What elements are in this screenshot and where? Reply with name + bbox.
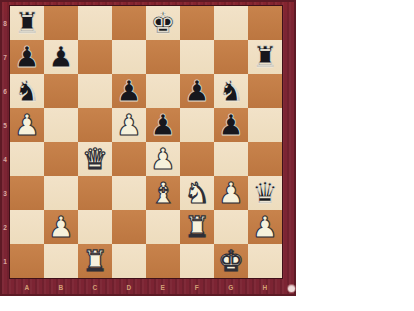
file-label-g: G — [214, 281, 248, 293]
square-g2[interactable] — [214, 210, 248, 244]
square-a3[interactable] — [10, 176, 44, 210]
rank-label-2: 2 — [0, 210, 10, 244]
square-f6[interactable]: ♟ — [180, 74, 214, 108]
piece-white-king-g1[interactable]: ♚ — [214, 244, 248, 278]
square-f7[interactable] — [180, 40, 214, 74]
file-label-e: E — [146, 281, 180, 293]
piece-white-bishop-e3[interactable]: ♝ — [146, 176, 180, 210]
square-e8[interactable]: ♚ — [146, 6, 180, 40]
square-e3[interactable]: ♝ — [146, 176, 180, 210]
square-g4[interactable] — [214, 142, 248, 176]
square-f1[interactable] — [180, 244, 214, 278]
piece-white-queen-c4[interactable]: ♛ — [78, 142, 112, 176]
square-d8[interactable] — [112, 6, 146, 40]
rank-label-7: 7 — [0, 40, 10, 74]
square-c8[interactable] — [78, 6, 112, 40]
square-a5[interactable]: ♟ — [10, 108, 44, 142]
rank-label-6: 6 — [0, 74, 10, 108]
square-f3[interactable]: ♞ — [180, 176, 214, 210]
square-a6[interactable]: ♞ — [10, 74, 44, 108]
square-b5[interactable] — [44, 108, 78, 142]
rank-label-4: 4 — [0, 142, 10, 176]
square-b4[interactable] — [44, 142, 78, 176]
square-f2[interactable]: ♜ — [180, 210, 214, 244]
square-b8[interactable] — [44, 6, 78, 40]
square-a4[interactable] — [10, 142, 44, 176]
piece-white-pawn-g3[interactable]: ♟ — [214, 176, 248, 210]
square-h7[interactable]: ♜ — [248, 40, 282, 74]
piece-black-pawn-a7[interactable]: ♟ — [10, 40, 44, 74]
piece-black-rook-a8[interactable]: ♜ — [10, 6, 44, 40]
square-b7[interactable]: ♟ — [44, 40, 78, 74]
square-h2[interactable]: ♟ — [248, 210, 282, 244]
square-d6[interactable]: ♟ — [112, 74, 146, 108]
rank-label-8: 8 — [0, 6, 10, 40]
square-c2[interactable] — [78, 210, 112, 244]
square-g6[interactable]: ♞ — [214, 74, 248, 108]
square-a7[interactable]: ♟ — [10, 40, 44, 74]
piece-black-knight-g6[interactable]: ♞ — [214, 74, 248, 108]
square-g7[interactable] — [214, 40, 248, 74]
piece-black-pawn-g5[interactable]: ♟ — [214, 108, 248, 142]
piece-black-pawn-b7[interactable]: ♟ — [44, 40, 78, 74]
file-label-d: D — [112, 281, 146, 293]
square-c4[interactable]: ♛ — [78, 142, 112, 176]
piece-white-rook-c1[interactable]: ♜ — [78, 244, 112, 278]
square-h4[interactable] — [248, 142, 282, 176]
piece-black-queen-h3[interactable]: ♛ — [248, 176, 282, 210]
file-label-c: C — [78, 281, 112, 293]
square-c6[interactable] — [78, 74, 112, 108]
square-e4[interactable]: ♟ — [146, 142, 180, 176]
piece-white-knight-f3[interactable]: ♞ — [180, 176, 214, 210]
square-g8[interactable] — [214, 6, 248, 40]
square-b3[interactable] — [44, 176, 78, 210]
piece-white-pawn-h2[interactable]: ♟ — [248, 210, 282, 244]
square-g5[interactable]: ♟ — [214, 108, 248, 142]
square-d7[interactable] — [112, 40, 146, 74]
square-f8[interactable] — [180, 6, 214, 40]
square-a8[interactable]: ♜ — [10, 6, 44, 40]
piece-black-pawn-d6[interactable]: ♟ — [112, 74, 146, 108]
square-c1[interactable]: ♜ — [78, 244, 112, 278]
square-h8[interactable] — [248, 6, 282, 40]
piece-white-pawn-a5[interactable]: ♟ — [10, 108, 44, 142]
file-label-b: B — [44, 281, 78, 293]
rank-label-5: 5 — [0, 108, 10, 142]
square-d2[interactable] — [112, 210, 146, 244]
square-a1[interactable] — [10, 244, 44, 278]
square-f5[interactable] — [180, 108, 214, 142]
square-f4[interactable] — [180, 142, 214, 176]
rank-label-3: 3 — [0, 176, 10, 210]
piece-black-rook-h7[interactable]: ♜ — [248, 40, 282, 74]
square-b1[interactable] — [44, 244, 78, 278]
square-c5[interactable] — [78, 108, 112, 142]
screenshot-canvas: ♜♚♟♟♜♞♟♟♞♟♟♟♟♛♟♝♞♟♛♟♜♟♜♚ 87654321 ABCDEF… — [0, 0, 414, 311]
file-label-f: F — [180, 281, 214, 293]
square-e1[interactable] — [146, 244, 180, 278]
square-h5[interactable] — [248, 108, 282, 142]
square-g3[interactable]: ♟ — [214, 176, 248, 210]
square-b6[interactable] — [44, 74, 78, 108]
piece-white-pawn-b2[interactable]: ♟ — [44, 210, 78, 244]
square-b2[interactable]: ♟ — [44, 210, 78, 244]
piece-black-pawn-e5[interactable]: ♟ — [146, 108, 180, 142]
file-label-a: A — [10, 281, 44, 293]
piece-black-pawn-f6[interactable]: ♟ — [180, 74, 214, 108]
square-d1[interactable] — [112, 244, 146, 278]
board-grid: ♜♚♟♟♜♞♟♟♞♟♟♟♟♛♟♝♞♟♛♟♜♟♜♚ — [10, 6, 282, 278]
piece-white-rook-f2[interactable]: ♜ — [180, 210, 214, 244]
square-h1[interactable] — [248, 244, 282, 278]
file-label-h: H — [248, 281, 282, 293]
piece-black-knight-a6[interactable]: ♞ — [10, 74, 44, 108]
square-e6[interactable] — [146, 74, 180, 108]
square-e2[interactable] — [146, 210, 180, 244]
piece-black-king-e8[interactable]: ♚ — [146, 6, 180, 40]
square-a2[interactable] — [10, 210, 44, 244]
move-indicator-dot — [288, 285, 295, 292]
square-d3[interactable] — [112, 176, 146, 210]
square-e7[interactable] — [146, 40, 180, 74]
square-h3[interactable]: ♛ — [248, 176, 282, 210]
square-c3[interactable] — [78, 176, 112, 210]
rank-label-1: 1 — [0, 244, 10, 278]
square-c7[interactable] — [78, 40, 112, 74]
piece-white-pawn-d5[interactable]: ♟ — [112, 108, 146, 142]
square-g1[interactable]: ♚ — [214, 244, 248, 278]
square-e5[interactable]: ♟ — [146, 108, 180, 142]
square-h6[interactable] — [248, 74, 282, 108]
piece-white-pawn-e4[interactable]: ♟ — [146, 142, 180, 176]
chess-board: ♜♚♟♟♜♞♟♟♞♟♟♟♟♛♟♝♞♟♛♟♜♟♜♚ 87654321 ABCDEF… — [0, 0, 296, 296]
square-d4[interactable] — [112, 142, 146, 176]
square-d5[interactable]: ♟ — [112, 108, 146, 142]
